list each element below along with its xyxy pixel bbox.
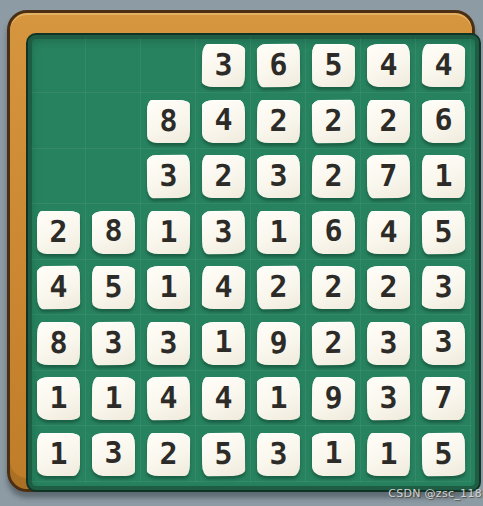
cell-r6c2: 3	[86, 316, 141, 372]
cell-r8c5: 3	[251, 427, 306, 483]
cell-r7c5: 1	[251, 371, 306, 427]
tile-number: 3	[104, 327, 122, 357]
tile-number: 4	[49, 272, 67, 302]
cell-r7c4: 4	[196, 371, 251, 427]
number-tile[interactable]: 4	[367, 211, 410, 254]
cell-r8c7: 1	[361, 427, 416, 483]
number-tile[interactable]: 9	[257, 322, 300, 365]
tile-number: 1	[49, 438, 67, 468]
cell-r5c1: 4	[31, 260, 86, 316]
cell-r5c8: 3	[416, 260, 471, 316]
tile-number: 5	[434, 216, 452, 246]
number-tile[interactable]: 4	[367, 44, 410, 87]
number-tile[interactable]: 8	[92, 211, 135, 254]
tile-number: 5	[104, 272, 122, 302]
number-tile[interactable]: 7	[422, 377, 465, 420]
number-tile[interactable]: 4	[202, 100, 245, 143]
tile-number: 2	[159, 438, 177, 468]
number-tile[interactable]: 2	[202, 155, 245, 198]
tile-number: 7	[434, 383, 452, 413]
cell-r2c7: 2	[361, 94, 416, 150]
number-tile[interactable]: 8	[37, 322, 80, 365]
tile-number: 1	[104, 383, 122, 413]
tile-number: 4	[159, 383, 177, 413]
number-tile[interactable]: 3	[257, 155, 300, 198]
cell-r8c2: 3	[86, 427, 141, 483]
number-tile[interactable]: 3	[202, 44, 245, 87]
cell-r3c2	[86, 149, 141, 205]
number-tile[interactable]: 1	[37, 377, 80, 420]
tile-number: 4	[434, 50, 452, 80]
cell-r5c7: 2	[361, 260, 416, 316]
number-tile[interactable]: 1	[367, 433, 410, 476]
number-tile[interactable]: 8	[147, 100, 190, 143]
cell-r4c1: 2	[31, 205, 86, 261]
tile-number: 2	[324, 161, 342, 191]
tile-number: 2	[269, 272, 287, 302]
cell-r3c8: 1	[416, 149, 471, 205]
cell-r5c5: 2	[251, 260, 306, 316]
cell-r3c6: 2	[306, 149, 361, 205]
number-tile[interactable]: 3	[92, 322, 135, 365]
cell-r3c5: 3	[251, 149, 306, 205]
cell-r3c1	[31, 149, 86, 205]
number-tile[interactable]: 5	[312, 44, 355, 87]
tile-number: 9	[269, 327, 287, 357]
cell-r1c3	[141, 38, 196, 94]
number-tile[interactable]: 1	[202, 322, 245, 365]
tile-number: 3	[159, 327, 177, 357]
number-tile[interactable]: 5	[422, 211, 465, 254]
cell-r2c6: 2	[306, 94, 361, 150]
cell-r1c2	[86, 38, 141, 94]
cell-r2c4: 4	[196, 94, 251, 150]
cell-r1c1	[31, 38, 86, 94]
cell-r6c6: 2	[306, 316, 361, 372]
tile-number: 2	[324, 105, 342, 135]
cell-r1c4: 3	[196, 38, 251, 94]
cell-r2c2	[86, 94, 141, 150]
tile-number: 4	[379, 216, 397, 246]
cell-r6c4: 1	[196, 316, 251, 372]
tile-number: 3	[379, 327, 397, 357]
cell-r4c6: 6	[306, 205, 361, 261]
tile-number: 1	[434, 161, 452, 191]
number-tile[interactable]: 3	[422, 266, 465, 309]
number-tile[interactable]: 7	[367, 155, 410, 198]
tile-number: 3	[269, 438, 287, 468]
tile-number: 6	[434, 105, 452, 135]
number-tile[interactable]: 5	[422, 433, 465, 476]
cell-r5c4: 4	[196, 260, 251, 316]
number-tile[interactable]: 1	[92, 377, 135, 420]
tile-number: 2	[269, 105, 287, 135]
tile-grid: 3654484222632327128131645451422238331923…	[31, 38, 471, 482]
tile-number: 2	[324, 327, 342, 357]
tile-number: 7	[379, 161, 397, 191]
number-tile[interactable]: 2	[312, 100, 355, 143]
tile-number: 3	[434, 327, 452, 357]
cell-r5c6: 2	[306, 260, 361, 316]
tile-number: 4	[214, 272, 232, 302]
number-tile[interactable]: 4	[202, 266, 245, 309]
tile-number: 3	[159, 161, 177, 191]
cell-r5c2: 5	[86, 260, 141, 316]
cell-r2c1	[31, 94, 86, 150]
cell-r4c3: 1	[141, 205, 196, 261]
tile-number: 3	[214, 216, 232, 246]
cell-r8c3: 2	[141, 427, 196, 483]
tile-number: 8	[49, 327, 67, 357]
number-tile[interactable]: 2	[367, 266, 410, 309]
cell-r3c3: 3	[141, 149, 196, 205]
cell-r3c4: 2	[196, 149, 251, 205]
cell-r2c5: 2	[251, 94, 306, 150]
tile-number: 1	[159, 216, 177, 246]
tile-number: 1	[159, 272, 177, 302]
cell-r7c2: 1	[86, 371, 141, 427]
number-tile[interactable]: 4	[37, 266, 80, 309]
cell-r4c8: 5	[416, 205, 471, 261]
number-tile[interactable]: 4	[202, 377, 245, 420]
cell-r1c8: 4	[416, 38, 471, 94]
game-screen: 3654484222632327128131645451422238331923…	[0, 0, 483, 506]
number-tile[interactable]: 2	[257, 100, 300, 143]
number-tile[interactable]: 3	[257, 433, 300, 476]
cell-r7c7: 3	[361, 371, 416, 427]
number-tile[interactable]: 9	[312, 377, 355, 420]
cell-r7c6: 9	[306, 371, 361, 427]
tile-number: 8	[104, 216, 122, 246]
tile-number: 3	[379, 383, 397, 413]
tile-number: 2	[214, 161, 232, 191]
number-tile[interactable]: 6	[257, 44, 300, 87]
number-tile[interactable]: 1	[257, 377, 300, 420]
number-tile[interactable]: 3	[147, 322, 190, 365]
tile-number: 3	[214, 50, 232, 80]
number-tile[interactable]: 2	[37, 211, 80, 254]
tile-number: 2	[324, 272, 342, 302]
number-tile[interactable]: 4	[422, 44, 465, 87]
number-tile[interactable]: 1	[147, 266, 190, 309]
number-tile[interactable]: 2	[147, 433, 190, 476]
number-tile[interactable]: 2	[312, 155, 355, 198]
tile-number: 1	[269, 383, 287, 413]
tile-number: 1	[379, 438, 397, 468]
board-frame: 3654484222632327128131645451422238331923…	[7, 10, 475, 492]
cell-r7c1: 1	[31, 371, 86, 427]
cell-r6c1: 8	[31, 316, 86, 372]
tile-number: 1	[324, 438, 342, 468]
cell-r6c3: 3	[141, 316, 196, 372]
tile-number: 6	[324, 216, 342, 246]
cell-r7c8: 7	[416, 371, 471, 427]
number-tile[interactable]: 3	[202, 211, 245, 254]
number-tile[interactable]: 1	[422, 155, 465, 198]
tile-number: 2	[379, 272, 397, 302]
number-tile[interactable]: 3	[367, 322, 410, 365]
number-tile[interactable]: 3	[367, 377, 410, 420]
cell-r1c6: 5	[306, 38, 361, 94]
tile-number: 3	[104, 438, 122, 468]
number-tile[interactable]: 2	[257, 266, 300, 309]
tile-number: 5	[434, 438, 452, 468]
number-tile[interactable]: 1	[147, 211, 190, 254]
cell-r4c2: 8	[86, 205, 141, 261]
cell-r3c7: 7	[361, 149, 416, 205]
tile-number: 4	[379, 50, 397, 80]
tile-number: 6	[269, 50, 287, 80]
tile-number: 5	[324, 50, 342, 80]
cell-r7c3: 4	[141, 371, 196, 427]
cell-r5c3: 1	[141, 260, 196, 316]
watermark: CSDN @zsc_118	[388, 487, 483, 500]
tile-number: 9	[324, 383, 342, 413]
number-tile[interactable]: 6	[422, 100, 465, 143]
cell-r2c3: 8	[141, 94, 196, 150]
cell-r8c6: 1	[306, 427, 361, 483]
number-tile[interactable]: 2	[312, 322, 355, 365]
number-tile[interactable]: 5	[202, 433, 245, 476]
tile-number: 5	[214, 438, 232, 468]
tile-number: 1	[214, 327, 232, 357]
tile-number: 2	[379, 105, 397, 135]
game-board: 3654484222632327128131645451422238331923…	[26, 33, 481, 492]
number-tile[interactable]: 6	[312, 211, 355, 254]
tile-number: 4	[214, 383, 232, 413]
number-tile[interactable]: 3	[147, 155, 190, 198]
tile-number: 1	[269, 216, 287, 246]
number-tile[interactable]: 1	[257, 211, 300, 254]
cell-r8c1: 1	[31, 427, 86, 483]
cell-r8c8: 5	[416, 427, 471, 483]
cell-r1c7: 4	[361, 38, 416, 94]
tile-number: 4	[214, 105, 232, 135]
cell-r6c5: 9	[251, 316, 306, 372]
tile-number: 3	[269, 161, 287, 191]
tile-number: 8	[159, 105, 177, 135]
tile-number: 2	[49, 216, 67, 246]
cell-r4c4: 3	[196, 205, 251, 261]
number-tile[interactable]: 1	[37, 433, 80, 476]
tile-number: 1	[49, 383, 67, 413]
number-tile[interactable]: 3	[92, 433, 135, 476]
cell-r8c4: 5	[196, 427, 251, 483]
cell-r4c5: 1	[251, 205, 306, 261]
cell-r4c7: 4	[361, 205, 416, 261]
cell-r2c8: 6	[416, 94, 471, 150]
number-tile[interactable]: 2	[367, 100, 410, 143]
number-tile[interactable]: 4	[147, 377, 190, 420]
number-tile[interactable]: 5	[92, 266, 135, 309]
cell-r1c5: 6	[251, 38, 306, 94]
number-tile[interactable]: 3	[422, 322, 465, 365]
tile-number: 3	[434, 272, 452, 302]
number-tile[interactable]: 1	[312, 433, 355, 476]
cell-r6c7: 3	[361, 316, 416, 372]
cell-r6c8: 3	[416, 316, 471, 372]
number-tile[interactable]: 2	[312, 266, 355, 309]
